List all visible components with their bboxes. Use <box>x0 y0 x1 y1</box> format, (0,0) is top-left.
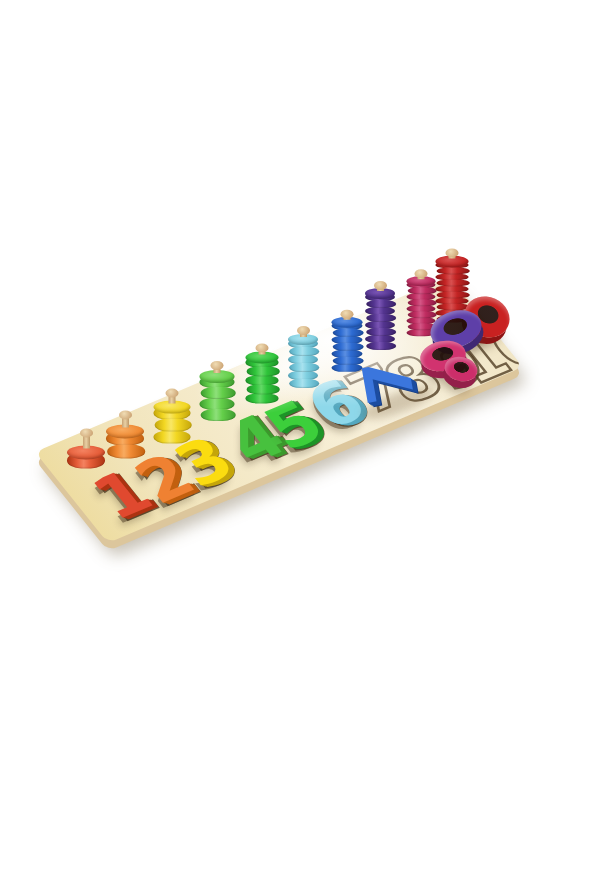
peg-tip <box>83 434 90 448</box>
ring <box>333 329 364 337</box>
peg-tip <box>449 254 456 258</box>
number-hole-2: 2 <box>130 449 207 515</box>
ring <box>154 431 191 444</box>
ring-stack-1 <box>67 434 105 468</box>
ring <box>289 379 319 388</box>
ring <box>437 267 470 274</box>
ring <box>333 343 364 351</box>
ring <box>201 387 236 399</box>
ring-stack-4 <box>200 367 235 421</box>
ring <box>155 419 192 432</box>
ring <box>408 287 437 294</box>
peg-tip <box>300 332 307 337</box>
ring-stack-2 <box>106 416 144 458</box>
ring <box>408 299 437 306</box>
ring <box>247 384 280 394</box>
ring <box>437 279 470 286</box>
ring <box>201 409 236 421</box>
ring <box>289 347 319 356</box>
number-hole-5: 5 <box>259 395 336 461</box>
ring <box>107 444 145 458</box>
ring <box>408 311 437 318</box>
ring <box>246 393 279 403</box>
peg-tip <box>214 367 221 373</box>
peg-tip <box>418 275 425 279</box>
ring <box>366 342 396 350</box>
ring-stack-3 <box>154 395 191 444</box>
peg-tip <box>122 416 129 427</box>
peg-tip <box>259 349 266 354</box>
ring <box>366 300 396 308</box>
ring-stack-8 <box>365 287 395 350</box>
ring <box>366 328 396 336</box>
peg-tip <box>169 395 176 404</box>
ring-stack-5 <box>246 349 279 403</box>
ring <box>437 291 470 298</box>
number-piece-1: 1 <box>82 462 161 529</box>
product-photo: 11223344556678910 7 <box>0 0 592 888</box>
ring-stack-6 <box>288 332 318 388</box>
ring <box>366 314 396 322</box>
number-hole-1: 1 <box>87 465 164 531</box>
peg-tip <box>377 287 384 291</box>
ring <box>289 363 319 372</box>
peg-tip <box>344 316 351 320</box>
ring <box>247 366 280 376</box>
